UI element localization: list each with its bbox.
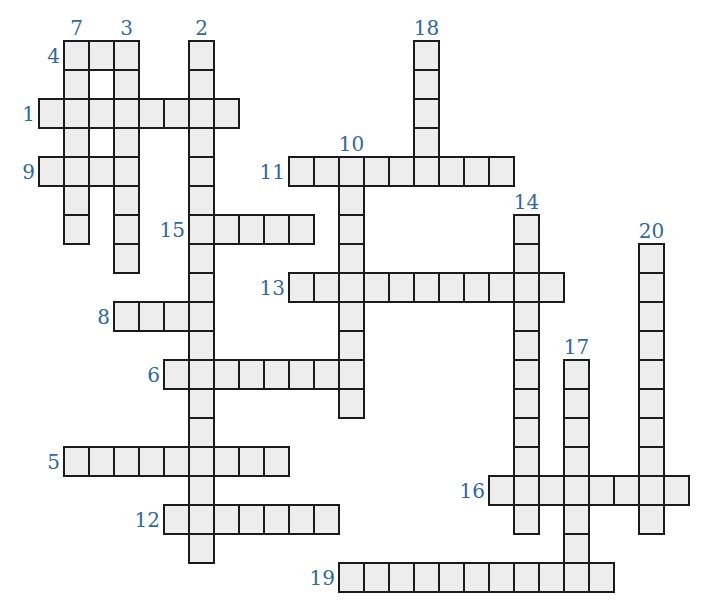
crossword-board: 4191115138651612197321810142017 [14,12,689,592]
clue-number-13-across: 13 [264,273,289,302]
cell-r8-c14[interactable] [389,273,414,302]
cell-r11-c11[interactable] [314,360,339,389]
cell-r8-c16[interactable] [439,273,464,302]
cell-r15-c6[interactable] [189,476,214,505]
clue-number-1-across: 1 [14,99,39,128]
cell-r1-c1[interactable] [64,70,89,99]
cell-r3-c3[interactable] [114,128,139,157]
cell-r1-c15[interactable] [414,70,439,99]
cell-r7-c24[interactable] [639,244,664,273]
cell-r11-c19[interactable] [514,360,539,389]
cell-r6-c3[interactable] [114,215,139,244]
cell-r16-c21[interactable] [564,505,589,534]
cell-r16-c24[interactable] [639,505,664,534]
cell-r1-c3[interactable] [114,70,139,99]
cell-r4-c13[interactable] [364,157,389,186]
cell-r3-c15[interactable] [414,128,439,157]
cell-r16-c7[interactable] [214,505,239,534]
cell-r14-c8[interactable] [239,447,264,476]
cell-r12-c19[interactable] [514,389,539,418]
cell-r16-c19[interactable] [514,505,539,534]
cell-r2-c1[interactable] [64,99,89,128]
cell-r6-c19[interactable] [514,215,539,244]
cell-r7-c12[interactable] [339,244,364,273]
cell-r2-c6[interactable] [189,99,214,128]
cell-r6-c9[interactable] [264,215,289,244]
clue-number-11-across: 11 [264,157,289,186]
cell-r18-c22[interactable] [589,563,614,592]
cell-r4-c10[interactable] [289,157,314,186]
cell-r5-c6[interactable] [189,186,214,215]
cell-r13-c21[interactable] [564,418,589,447]
cell-r4-c1[interactable] [64,157,89,186]
clue-number-10-down: 10 [339,128,364,157]
cell-r12-c21[interactable] [564,389,589,418]
cell-r2-c3[interactable] [114,99,139,128]
cell-r14-c19[interactable] [514,447,539,476]
cell-r6-c1[interactable] [64,215,89,244]
cell-r18-c21[interactable] [564,563,589,592]
clue-number-19-across: 19 [314,563,339,592]
cell-r7-c19[interactable] [514,244,539,273]
cell-r4-c14[interactable] [389,157,414,186]
cell-r9-c6[interactable] [189,302,214,331]
cell-r11-c7[interactable] [214,360,239,389]
clue-number-18-down: 18 [414,12,439,41]
cell-r9-c4[interactable] [139,302,164,331]
cell-r17-c6[interactable] [189,534,214,563]
cell-r15-c19[interactable] [514,476,539,505]
cell-r4-c3[interactable] [114,157,139,186]
cell-r11-c10[interactable] [289,360,314,389]
cell-r0-c6[interactable] [189,41,214,70]
cell-r5-c3[interactable] [114,186,139,215]
cell-r11-c8[interactable] [239,360,264,389]
cell-r6-c10[interactable] [289,215,314,244]
cell-r2-c2[interactable] [89,99,114,128]
cell-r11-c5[interactable] [164,360,189,389]
cell-r14-c7[interactable] [214,447,239,476]
cell-r6-c6[interactable] [189,215,214,244]
cell-r7-c6[interactable] [189,244,214,273]
cell-r5-c12[interactable] [339,186,364,215]
cell-r9-c3[interactable] [114,302,139,331]
clue-number-17-down: 17 [564,331,589,360]
cell-r0-c1[interactable] [64,41,89,70]
cell-r16-c5[interactable] [164,505,189,534]
cell-r4-c0[interactable] [39,157,64,186]
cell-r11-c12[interactable] [339,360,364,389]
cell-r13-c19[interactable] [514,418,539,447]
cell-r4-c6[interactable] [189,157,214,186]
cell-r16-c9[interactable] [264,505,289,534]
cell-r0-c15[interactable] [414,41,439,70]
crossword-puzzle-diagram: 4191115138651612197321810142017 [0,0,719,613]
cell-r12-c12[interactable] [339,389,364,418]
cell-r4-c15[interactable] [414,157,439,186]
cell-r15-c21[interactable] [564,476,589,505]
cell-r14-c5[interactable] [164,447,189,476]
cell-r8-c15[interactable] [414,273,439,302]
cell-r12-c6[interactable] [189,389,214,418]
cell-r8-c13[interactable] [364,273,389,302]
cell-r8-c10[interactable] [289,273,314,302]
cell-r13-c6[interactable] [189,418,214,447]
cell-r13-c24[interactable] [639,418,664,447]
cell-r8-c18[interactable] [489,273,514,302]
cell-r6-c7[interactable] [214,215,239,244]
cell-r11-c24[interactable] [639,360,664,389]
cell-r15-c23[interactable] [614,476,639,505]
cell-r5-c1[interactable] [64,186,89,215]
cell-r12-c24[interactable] [639,389,664,418]
clue-number-12-across: 12 [139,505,164,534]
cell-r0-c3[interactable] [114,41,139,70]
cell-r14-c4[interactable] [139,447,164,476]
cell-r16-c10[interactable] [289,505,314,534]
clue-number-16-across: 16 [464,476,489,505]
clue-number-20-down: 20 [639,215,664,244]
cell-r2-c5[interactable] [164,99,189,128]
clue-number-7-down: 7 [64,12,89,41]
cell-r14-c9[interactable] [264,447,289,476]
cell-r18-c18[interactable] [489,563,514,592]
cell-r7-c3[interactable] [114,244,139,273]
cell-r14-c24[interactable] [639,447,664,476]
cell-r14-c21[interactable] [564,447,589,476]
cell-r4-c2[interactable] [89,157,114,186]
cell-r14-c1[interactable] [64,447,89,476]
cell-r15-c24[interactable] [639,476,664,505]
cell-r11-c9[interactable] [264,360,289,389]
cell-r4-c18[interactable] [489,157,514,186]
cell-r8-c12[interactable] [339,273,364,302]
cell-r10-c6[interactable] [189,331,214,360]
cell-r9-c5[interactable] [164,302,189,331]
cell-r6-c8[interactable] [239,215,264,244]
cell-r11-c6[interactable] [189,360,214,389]
cell-r16-c11[interactable] [314,505,339,534]
cell-r8-c19[interactable] [514,273,539,302]
cell-r18-c19[interactable] [514,563,539,592]
cell-r8-c6[interactable] [189,273,214,302]
clue-number-9-across: 9 [14,157,39,186]
cell-r9-c19[interactable] [514,302,539,331]
cell-r0-c2[interactable] [89,41,114,70]
cell-r15-c25[interactable] [664,476,689,505]
cell-r18-c13[interactable] [364,563,389,592]
cell-r15-c22[interactable] [589,476,614,505]
clue-number-4-across: 4 [39,41,64,70]
clue-number-3-down: 3 [114,12,139,41]
cell-r8-c11[interactable] [314,273,339,302]
clue-number-14-down: 14 [514,186,539,215]
cell-r4-c12[interactable] [339,157,364,186]
clue-number-2-down: 2 [189,12,214,41]
cell-r10-c12[interactable] [339,331,364,360]
cell-r2-c7[interactable] [214,99,239,128]
cell-r8-c20[interactable] [539,273,564,302]
cell-r8-c17[interactable] [464,273,489,302]
cell-r6-c12[interactable] [339,215,364,244]
cell-r2-c0[interactable] [39,99,64,128]
cell-r18-c20[interactable] [539,563,564,592]
cell-r18-c17[interactable] [464,563,489,592]
cell-r16-c6[interactable] [189,505,214,534]
cell-r4-c11[interactable] [314,157,339,186]
cell-r2-c15[interactable] [414,99,439,128]
cell-r1-c6[interactable] [189,70,214,99]
cell-r10-c19[interactable] [514,331,539,360]
cell-r3-c6[interactable] [189,128,214,157]
cell-r18-c14[interactable] [389,563,414,592]
cell-r15-c20[interactable] [539,476,564,505]
cell-r17-c21[interactable] [564,534,589,563]
clue-number-15-across: 15 [164,215,189,244]
cell-r4-c16[interactable] [439,157,464,186]
cell-r18-c12[interactable] [339,563,364,592]
cell-r16-c8[interactable] [239,505,264,534]
cell-r10-c24[interactable] [639,331,664,360]
cell-r14-c2[interactable] [89,447,114,476]
clue-number-6-across: 6 [139,360,164,389]
cell-r8-c24[interactable] [639,273,664,302]
cell-r3-c1[interactable] [64,128,89,157]
clue-number-8-across: 8 [89,302,114,331]
cell-r11-c21[interactable] [564,360,589,389]
cell-r2-c4[interactable] [139,99,164,128]
cell-r18-c15[interactable] [414,563,439,592]
cell-r14-c6[interactable] [189,447,214,476]
cell-r4-c17[interactable] [464,157,489,186]
clue-number-5-across: 5 [39,447,64,476]
cell-r15-c18[interactable] [489,476,514,505]
cell-r9-c24[interactable] [639,302,664,331]
cell-r18-c16[interactable] [439,563,464,592]
cell-r9-c12[interactable] [339,302,364,331]
cell-r14-c3[interactable] [114,447,139,476]
